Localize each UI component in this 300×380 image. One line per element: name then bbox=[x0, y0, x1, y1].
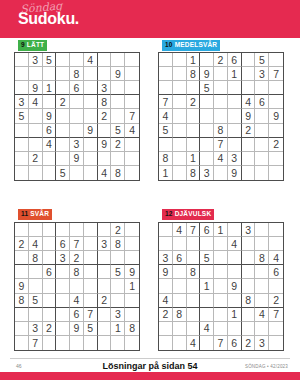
cell-r1c3 bbox=[43, 223, 57, 237]
cell-r1c8 bbox=[255, 223, 269, 237]
cell-r7c4 bbox=[200, 138, 214, 152]
cell-r8c7 bbox=[98, 322, 112, 336]
cell-r8c2 bbox=[173, 152, 187, 166]
cell-r5c3 bbox=[187, 279, 201, 293]
cell-r2c7: 3 bbox=[98, 237, 112, 251]
cell-r6c7: 2 bbox=[242, 124, 256, 138]
cell-r1c6 bbox=[228, 223, 242, 237]
cell-r2c4: 6 bbox=[56, 237, 70, 251]
cell-r8c5: 4 bbox=[214, 152, 228, 166]
cell-r4c6 bbox=[228, 265, 242, 279]
cell-r6c5 bbox=[214, 294, 228, 308]
cell-r9c8: 3 bbox=[255, 336, 269, 350]
cell-r3c2: 6 bbox=[173, 251, 187, 265]
cell-r1c7: 3 bbox=[242, 223, 256, 237]
cell-r9c3: 8 bbox=[187, 166, 201, 180]
cell-r1c9 bbox=[125, 53, 139, 67]
cell-r1c2 bbox=[29, 223, 43, 237]
cell-r5c9: 7 bbox=[125, 109, 139, 123]
cell-r6c8 bbox=[111, 294, 125, 308]
cell-r7c3 bbox=[43, 308, 57, 322]
cell-r6c2 bbox=[173, 124, 187, 138]
cell-r6c7: 2 bbox=[98, 294, 112, 308]
cell-r7c8: 2 bbox=[111, 138, 125, 152]
cell-r8c5 bbox=[214, 322, 228, 336]
cell-r4c9 bbox=[125, 95, 139, 109]
header-bar: Söndag Sudoku. bbox=[0, 0, 300, 38]
cell-r9c3 bbox=[43, 336, 57, 350]
cell-r6c9: 4 bbox=[125, 124, 139, 138]
difficulty-label: DJÄVULSK bbox=[175, 210, 212, 217]
cell-r3c7 bbox=[98, 251, 112, 265]
cell-r6c4 bbox=[200, 294, 214, 308]
cell-r2c3 bbox=[43, 237, 57, 251]
cell-r9c4: 3 bbox=[200, 166, 214, 180]
cell-r8c8 bbox=[255, 152, 269, 166]
cell-r6c1: 8 bbox=[15, 294, 29, 308]
cell-r4c9: 6 bbox=[269, 265, 283, 279]
cell-r1c2: 3 bbox=[29, 53, 43, 67]
cell-r8c9 bbox=[125, 152, 139, 166]
cell-r3c3 bbox=[43, 251, 57, 265]
cell-r8c8: 1 bbox=[111, 322, 125, 336]
cell-r7c5: 7 bbox=[214, 138, 228, 152]
cell-r5c7: 9 bbox=[242, 109, 256, 123]
cell-r8c3 bbox=[187, 322, 201, 336]
cell-r4c4: 2 bbox=[56, 95, 70, 109]
cell-r6c3 bbox=[187, 294, 201, 308]
cell-r3c2 bbox=[173, 81, 187, 95]
difficulty-label: MEDELSVÅR bbox=[175, 41, 218, 48]
cell-r9c1 bbox=[159, 336, 173, 350]
sudoku-grid-12-djavulsk: 476134365849861948228147447623 bbox=[158, 222, 284, 351]
sudoku-grid-9-latt: 354899163342859276954439229548 bbox=[14, 52, 140, 181]
cell-r3c4 bbox=[56, 81, 70, 95]
cell-r2c6: 1 bbox=[228, 67, 242, 81]
cell-r3c3: 1 bbox=[43, 81, 57, 95]
cell-r2c6: 4 bbox=[228, 237, 242, 251]
difficulty-label: LÄTT bbox=[27, 41, 44, 48]
cell-r7c7 bbox=[242, 308, 256, 322]
cell-r5c2 bbox=[173, 279, 187, 293]
cell-r5c6: 9 bbox=[228, 279, 242, 293]
footer-divider bbox=[10, 358, 290, 359]
cell-r1c9 bbox=[125, 223, 139, 237]
cell-r9c7: 4 bbox=[98, 166, 112, 180]
cell-r5c8 bbox=[255, 109, 269, 123]
cell-r5c8 bbox=[255, 279, 269, 293]
cell-r9c2 bbox=[173, 336, 187, 350]
cell-r3c2: 9 bbox=[29, 81, 43, 95]
cell-r2c2 bbox=[173, 67, 187, 81]
cell-r2c3 bbox=[187, 237, 201, 251]
cell-r7c3 bbox=[187, 138, 201, 152]
cell-r6c3 bbox=[43, 294, 57, 308]
cell-r5c5 bbox=[214, 109, 228, 123]
cell-r2c8: 9 bbox=[111, 67, 125, 81]
cell-r5c5 bbox=[70, 109, 84, 123]
cell-r9c9 bbox=[125, 166, 139, 180]
cell-r1c5: 1 bbox=[214, 223, 228, 237]
cell-r3c3 bbox=[187, 251, 201, 265]
cell-r1c5 bbox=[70, 53, 84, 67]
sudoku-grid-11-svar: 224673883268599185426733295187 bbox=[14, 222, 140, 351]
cell-r7c5 bbox=[214, 308, 228, 322]
cell-r1c5: 2 bbox=[214, 53, 228, 67]
cell-r3c5: 6 bbox=[70, 81, 84, 95]
cell-r4c7: 4 bbox=[242, 95, 256, 109]
cell-r3c1 bbox=[15, 251, 29, 265]
cell-r2c1: 2 bbox=[15, 237, 29, 251]
cell-r5c4 bbox=[200, 109, 214, 123]
cell-r9c8: 8 bbox=[111, 166, 125, 180]
cell-r6c9 bbox=[125, 294, 139, 308]
cell-r5c3: 9 bbox=[43, 109, 57, 123]
cell-r8c6: 3 bbox=[228, 152, 242, 166]
cell-r9c5: 7 bbox=[214, 336, 228, 350]
cell-r5c4: 1 bbox=[200, 279, 214, 293]
cell-r3c4: 3 bbox=[56, 251, 70, 265]
cell-r7c8 bbox=[255, 138, 269, 152]
cell-r7c2 bbox=[173, 138, 187, 152]
cell-r4c3 bbox=[43, 95, 57, 109]
cell-r1c8: 2 bbox=[111, 223, 125, 237]
cell-r8c2 bbox=[173, 322, 187, 336]
cell-r7c6 bbox=[228, 138, 242, 152]
cell-r1c8: 5 bbox=[255, 53, 269, 67]
cell-r5c2 bbox=[29, 109, 43, 123]
cell-r1c2 bbox=[173, 53, 187, 67]
cell-r2c8: 8 bbox=[111, 237, 125, 251]
cell-r2c5: 8 bbox=[70, 67, 84, 81]
cell-r8c6 bbox=[84, 152, 98, 166]
cell-r4c8: 6 bbox=[255, 95, 269, 109]
cell-r5c6 bbox=[84, 109, 98, 123]
cell-r5c5 bbox=[214, 279, 228, 293]
cell-r6c6 bbox=[228, 294, 242, 308]
cell-r8c9 bbox=[269, 152, 283, 166]
cell-r1c4: 6 bbox=[200, 223, 214, 237]
cell-r2c2 bbox=[29, 67, 43, 81]
cell-r5c1 bbox=[159, 279, 173, 293]
cell-r5c7: 2 bbox=[98, 109, 112, 123]
cell-r2c2: 4 bbox=[29, 237, 43, 251]
cell-r4c2 bbox=[173, 95, 187, 109]
cell-r1c9 bbox=[269, 53, 283, 67]
cell-r9c7 bbox=[98, 336, 112, 350]
cell-r1c6 bbox=[84, 223, 98, 237]
cell-r8c4 bbox=[56, 152, 70, 166]
difficulty-badge-djavulsk: 12DJÄVULSK bbox=[162, 209, 214, 220]
cell-r8c3: 1 bbox=[187, 152, 201, 166]
cell-r6c1 bbox=[15, 124, 29, 138]
cell-r5c8 bbox=[111, 279, 125, 293]
cell-r8c4 bbox=[56, 322, 70, 336]
cell-r1c3: 1 bbox=[187, 53, 201, 67]
cell-r2c4 bbox=[56, 67, 70, 81]
cell-r9c7 bbox=[242, 166, 256, 180]
cell-r8c7 bbox=[98, 152, 112, 166]
cell-r6c9 bbox=[269, 124, 283, 138]
cell-r5c2 bbox=[29, 279, 43, 293]
cell-r7c9 bbox=[125, 138, 139, 152]
cell-r4c5 bbox=[214, 95, 228, 109]
cell-r9c6 bbox=[84, 166, 98, 180]
cell-r2c7 bbox=[242, 237, 256, 251]
cell-r3c1 bbox=[159, 81, 173, 95]
cell-r9c8 bbox=[255, 166, 269, 180]
cell-r8c3: 2 bbox=[43, 322, 57, 336]
cell-r9c2: 7 bbox=[29, 336, 43, 350]
cell-r5c7 bbox=[98, 279, 112, 293]
cell-r7c7 bbox=[98, 308, 112, 322]
cell-r3c7 bbox=[242, 251, 256, 265]
cell-r4c3: 6 bbox=[43, 265, 57, 279]
cell-r4c3: 8 bbox=[187, 265, 201, 279]
puzzle-number: 9 bbox=[21, 41, 25, 48]
cell-r4c8 bbox=[111, 95, 125, 109]
cell-r2c4 bbox=[200, 237, 214, 251]
cell-r3c3 bbox=[187, 81, 201, 95]
puzzle-number: 10 bbox=[165, 41, 173, 48]
cell-r5c7 bbox=[242, 279, 256, 293]
cell-r5c9 bbox=[269, 279, 283, 293]
cell-r6c8: 5 bbox=[111, 124, 125, 138]
cell-r2c9 bbox=[125, 237, 139, 251]
cell-r8c9: 8 bbox=[125, 322, 139, 336]
difficulty-badge-medelsvar: 10MEDELSVÅR bbox=[162, 40, 220, 51]
cell-r3c1 bbox=[15, 81, 29, 95]
cell-r8c5: 9 bbox=[70, 322, 84, 336]
sudoku-logo: Söndag Sudoku. bbox=[18, 5, 79, 27]
cell-r1c4 bbox=[56, 53, 70, 67]
cell-r3c8: 8 bbox=[255, 251, 269, 265]
cell-r4c1: 7 bbox=[159, 95, 173, 109]
cell-r8c6: 5 bbox=[84, 322, 98, 336]
cell-r9c8 bbox=[111, 336, 125, 350]
cell-r7c7: 9 bbox=[98, 138, 112, 152]
cell-r4c3: 2 bbox=[187, 95, 201, 109]
cell-r2c9 bbox=[269, 237, 283, 251]
sudoku-grid-10-medelsvar: 126589137572464995827281431839 bbox=[158, 52, 284, 181]
cell-r4c6 bbox=[84, 95, 98, 109]
cell-r9c2 bbox=[29, 166, 43, 180]
cell-r8c2: 2 bbox=[29, 152, 43, 166]
cell-r4c7: 8 bbox=[98, 95, 112, 109]
puzzle-number: 11 bbox=[21, 210, 28, 217]
cell-r4c6 bbox=[84, 265, 98, 279]
cell-r6c5: 4 bbox=[70, 294, 84, 308]
cell-r6c5: 8 bbox=[214, 124, 228, 138]
difficulty-label: SVÅR bbox=[30, 210, 49, 217]
cell-r5c1: 5 bbox=[15, 109, 29, 123]
cell-r2c1 bbox=[15, 67, 29, 81]
cell-r3c5 bbox=[214, 251, 228, 265]
difficulty-badge-latt: 9LÄTT bbox=[18, 40, 47, 51]
cell-r5c1: 9 bbox=[15, 279, 29, 293]
cell-r2c1 bbox=[159, 237, 173, 251]
cell-r5c4 bbox=[56, 279, 70, 293]
cell-r1c7 bbox=[98, 223, 112, 237]
cell-r4c5 bbox=[70, 95, 84, 109]
cell-r7c4 bbox=[56, 138, 70, 152]
cell-r9c3 bbox=[43, 166, 57, 180]
cell-r6c3: 6 bbox=[43, 124, 57, 138]
cell-r7c1: 2 bbox=[159, 308, 173, 322]
cell-r9c6 bbox=[84, 336, 98, 350]
cell-r8c1: 8 bbox=[159, 152, 173, 166]
cell-r7c4 bbox=[56, 308, 70, 322]
cell-r9c4: 5 bbox=[56, 166, 70, 180]
cell-r9c2 bbox=[173, 166, 187, 180]
cell-r4c7 bbox=[98, 265, 112, 279]
cell-r8c8 bbox=[111, 152, 125, 166]
cell-r2c4: 9 bbox=[200, 67, 214, 81]
cell-r1c1 bbox=[159, 53, 173, 67]
cell-r5c9: 9 bbox=[269, 109, 283, 123]
cell-r7c1 bbox=[159, 138, 173, 152]
cell-r9c5 bbox=[70, 166, 84, 180]
cell-r1c6: 4 bbox=[84, 53, 98, 67]
cell-r4c8: 5 bbox=[111, 265, 125, 279]
cell-r9c6: 6 bbox=[228, 336, 242, 350]
cell-r2c5 bbox=[214, 67, 228, 81]
cell-r5c8 bbox=[111, 109, 125, 123]
cell-r2c5: 7 bbox=[70, 237, 84, 251]
cell-r8c9 bbox=[269, 322, 283, 336]
cell-r1c7 bbox=[98, 53, 112, 67]
difficulty-badge-svar: 11SVÅR bbox=[18, 209, 52, 220]
cell-r2c9 bbox=[125, 67, 139, 81]
cell-r6c6: 9 bbox=[84, 124, 98, 138]
cell-r3c5 bbox=[214, 81, 228, 95]
cell-r9c5 bbox=[214, 166, 228, 180]
cell-r6c2 bbox=[173, 294, 187, 308]
cell-r4c1: 9 bbox=[159, 265, 173, 279]
cell-r8c1 bbox=[15, 322, 29, 336]
cell-r5c6 bbox=[228, 109, 242, 123]
cell-r1c4 bbox=[200, 53, 214, 67]
cell-r7c1 bbox=[15, 138, 29, 152]
cell-r7c5: 3 bbox=[70, 138, 84, 152]
cell-r9c3: 4 bbox=[187, 336, 201, 350]
cell-r7c9 bbox=[125, 308, 139, 322]
cell-r8c2: 3 bbox=[29, 322, 43, 336]
cell-r3c8 bbox=[255, 81, 269, 95]
cell-r7c6: 1 bbox=[228, 308, 242, 322]
cell-r5c4 bbox=[56, 109, 70, 123]
cell-r1c1 bbox=[15, 53, 29, 67]
cell-r1c2: 4 bbox=[173, 223, 187, 237]
cell-r4c1: 3 bbox=[15, 95, 29, 109]
cell-r2c3: 8 bbox=[187, 67, 201, 81]
cell-r4c5: 8 bbox=[70, 265, 84, 279]
cell-r5c9: 1 bbox=[125, 279, 139, 293]
puzzle-number: 12 bbox=[165, 210, 173, 217]
cell-r4c1 bbox=[15, 265, 29, 279]
cell-r6c8 bbox=[255, 124, 269, 138]
cell-r3c5: 2 bbox=[70, 251, 84, 265]
cell-r8c4: 4 bbox=[200, 322, 214, 336]
cell-r8c7 bbox=[242, 152, 256, 166]
cell-r3c4: 5 bbox=[200, 81, 214, 95]
cell-r3c6 bbox=[84, 81, 98, 95]
cell-r8c4 bbox=[200, 152, 214, 166]
cell-r2c2 bbox=[173, 237, 187, 251]
cell-r6c6 bbox=[84, 294, 98, 308]
cell-r3c8 bbox=[111, 251, 125, 265]
cell-r2c8: 3 bbox=[255, 67, 269, 81]
issue-text: SÖNDAG • 42/2023 bbox=[245, 364, 288, 369]
cell-r7c2 bbox=[29, 138, 43, 152]
cell-r3c6 bbox=[228, 81, 242, 95]
cell-r7c4 bbox=[200, 308, 214, 322]
cell-r3c7 bbox=[242, 81, 256, 95]
cell-r4c4 bbox=[200, 95, 214, 109]
cell-r7c7 bbox=[242, 138, 256, 152]
cell-r7c2: 8 bbox=[173, 308, 187, 322]
cell-r1c3: 7 bbox=[187, 223, 201, 237]
cell-r6c4 bbox=[56, 124, 70, 138]
bottom-bar bbox=[0, 372, 300, 380]
cell-r9c1 bbox=[15, 166, 29, 180]
cell-r7c5: 6 bbox=[70, 308, 84, 322]
cell-r5c5 bbox=[70, 279, 84, 293]
cell-r6c7 bbox=[98, 124, 112, 138]
cell-r4c4 bbox=[200, 265, 214, 279]
cell-r8c6 bbox=[228, 322, 242, 336]
cell-r8c8 bbox=[255, 322, 269, 336]
cell-r9c5 bbox=[70, 336, 84, 350]
cell-r2c1 bbox=[159, 67, 173, 81]
cell-r4c6 bbox=[228, 95, 242, 109]
cell-r7c8: 3 bbox=[111, 308, 125, 322]
cell-r3c1: 3 bbox=[159, 251, 173, 265]
cell-r2c7 bbox=[98, 67, 112, 81]
cell-r9c4 bbox=[56, 336, 70, 350]
cell-r9c9 bbox=[269, 336, 283, 350]
cell-r3c9 bbox=[269, 81, 283, 95]
cell-r8c1 bbox=[159, 322, 173, 336]
cell-r5c1: 4 bbox=[159, 109, 173, 123]
cell-r7c8: 4 bbox=[255, 308, 269, 322]
cell-r3c9 bbox=[125, 251, 139, 265]
cell-r3c2: 8 bbox=[29, 251, 43, 265]
cell-r3c7: 3 bbox=[98, 81, 112, 95]
cell-r1c1 bbox=[15, 223, 29, 237]
cell-r9c1 bbox=[15, 336, 29, 350]
cell-r7c1 bbox=[15, 308, 29, 322]
cell-r9c9 bbox=[125, 336, 139, 350]
cell-r5c6 bbox=[84, 279, 98, 293]
cell-r7c3: 4 bbox=[43, 138, 57, 152]
cell-r5c2 bbox=[173, 109, 187, 123]
cell-r1c4 bbox=[56, 223, 70, 237]
cell-r6c4 bbox=[56, 294, 70, 308]
cell-r9c1: 1 bbox=[159, 166, 173, 180]
cell-r7c6: 7 bbox=[84, 308, 98, 322]
cell-r4c2 bbox=[29, 265, 43, 279]
cell-r1c8 bbox=[111, 53, 125, 67]
cell-r6c7: 8 bbox=[242, 294, 256, 308]
cell-r9c7: 2 bbox=[242, 336, 256, 350]
cell-r5c3 bbox=[43, 279, 57, 293]
cell-r3c6 bbox=[228, 251, 242, 265]
cell-r6c6 bbox=[228, 124, 242, 138]
cell-r8c7 bbox=[242, 322, 256, 336]
cell-r6c8 bbox=[255, 294, 269, 308]
cell-r4c2: 4 bbox=[29, 95, 43, 109]
